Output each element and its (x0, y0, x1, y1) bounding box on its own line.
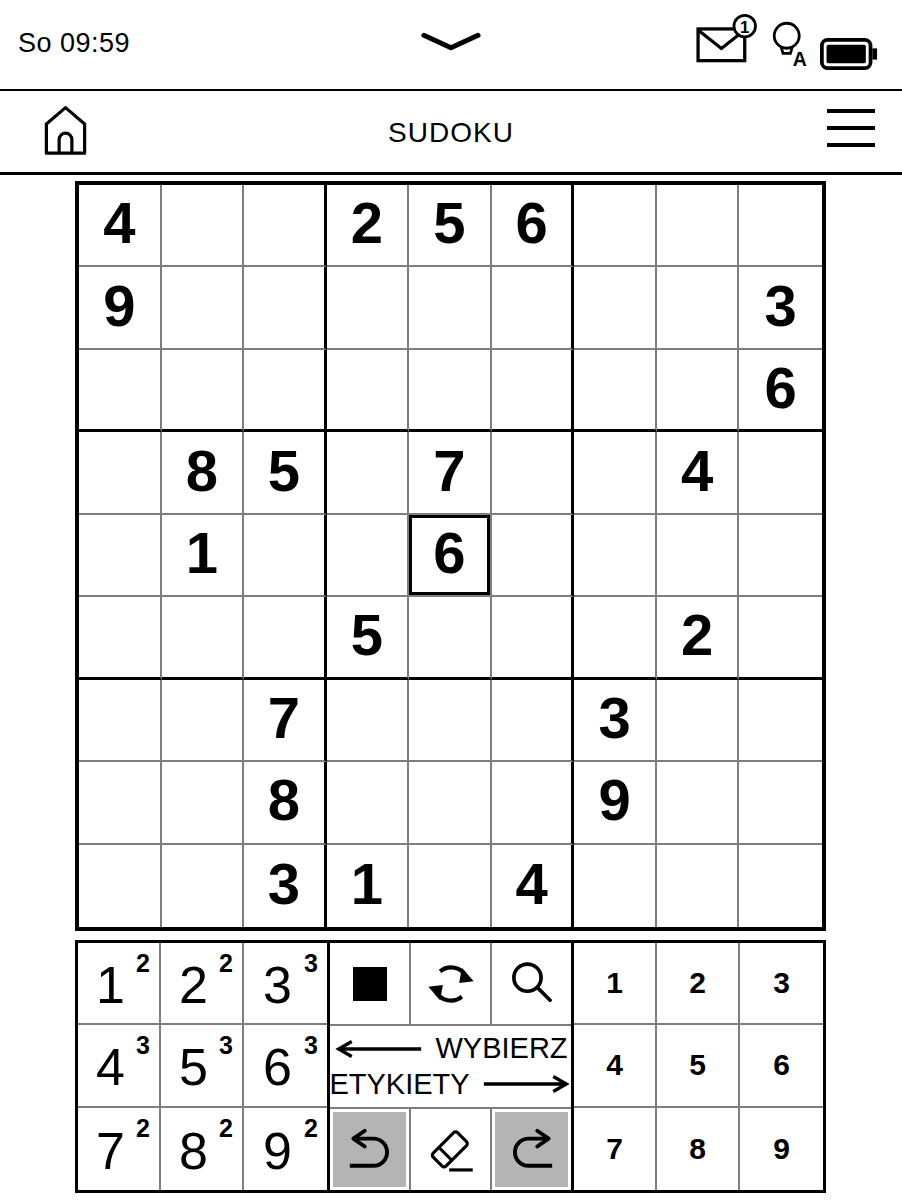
count-digit: 7 (96, 1125, 125, 1177)
black-square-icon (350, 964, 390, 1004)
battery-full-icon (820, 38, 878, 70)
undo-icon (342, 1122, 398, 1178)
cell-r4c3[interactable]: 5 (244, 432, 327, 514)
cell-r3c6[interactable] (492, 350, 575, 432)
cell-r8c7[interactable]: 9 (574, 762, 657, 844)
hamburger-icon (826, 107, 876, 149)
count-superscript: 3 (136, 1033, 150, 1058)
cell-r3c7[interactable] (574, 350, 657, 432)
cell-r8c5[interactable] (409, 762, 492, 844)
cell-r7c2[interactable] (162, 680, 245, 762)
numpad-key-5[interactable]: 5 (657, 1025, 740, 1107)
cell-r3c1[interactable] (79, 350, 162, 432)
cell-r2c6[interactable] (492, 267, 575, 349)
cell-r5c9[interactable] (739, 515, 822, 597)
cell-r9c5[interactable] (409, 845, 492, 927)
numpad-key-4[interactable]: 4 (574, 1025, 657, 1107)
cell-r7c8[interactable] (657, 680, 740, 762)
labels-hint-line2: ETYKIETY (329, 1068, 469, 1101)
count-superscript: 2 (136, 951, 150, 976)
cell-r1c2[interactable] (162, 185, 245, 267)
count-superscript: 3 (219, 1033, 233, 1058)
cell-r7c7[interactable]: 3 (574, 680, 657, 762)
eraser-button[interactable] (411, 1109, 492, 1190)
redo-button[interactable] (492, 1109, 571, 1190)
cell-r8c8[interactable] (657, 762, 740, 844)
cell-r4c9[interactable] (739, 432, 822, 514)
cell-r7c1[interactable] (79, 680, 162, 762)
labels-hint: WYBIERZ ETYKIETY (330, 1026, 571, 1109)
cell-r1c5[interactable]: 5 (409, 185, 492, 267)
eraser-icon (422, 1121, 480, 1179)
tools-panel: WYBIERZ ETYKIETY (327, 943, 574, 1190)
cell-r5c2[interactable]: 1 (162, 515, 245, 597)
refresh-icon (422, 955, 480, 1013)
cell-r2c7[interactable] (574, 267, 657, 349)
long-right-arrow-icon (482, 1072, 572, 1096)
frontlight-auto-icon[interactable]: A (769, 20, 810, 70)
cell-r9c8[interactable] (657, 845, 740, 927)
cell-r7c3[interactable]: 7 (244, 680, 327, 762)
cell-r2c1[interactable]: 9 (79, 267, 162, 349)
page-title: SUDOKU (0, 117, 902, 149)
cell-r3c9[interactable]: 6 (739, 350, 822, 432)
cell-r7c4[interactable] (327, 680, 410, 762)
count-superscript: 2 (219, 951, 233, 976)
count-digit: 1 (96, 959, 125, 1011)
cell-r2c5[interactable] (409, 267, 492, 349)
cell-r5c1[interactable] (79, 515, 162, 597)
cell-r3c2[interactable] (162, 350, 245, 432)
count-digit: 2 (179, 959, 208, 1011)
cell-r9c2[interactable] (162, 845, 245, 927)
count-digit: 5 (179, 1041, 208, 1093)
cell-r5c5[interactable]: 6 (409, 515, 492, 597)
cell-r2c3[interactable] (244, 267, 327, 349)
cell-r6c9[interactable] (739, 597, 822, 679)
cell-r4c1[interactable] (79, 432, 162, 514)
numpad-key-6[interactable]: 6 (740, 1025, 823, 1107)
fill-mode-button[interactable] (330, 943, 411, 1024)
numpad-key-8[interactable]: 8 (657, 1108, 740, 1190)
cell-r4c8[interactable]: 4 (657, 432, 740, 514)
cell-r8c1[interactable] (79, 762, 162, 844)
cell-r9c4[interactable]: 1 (327, 845, 410, 927)
cell-r5c6[interactable] (492, 515, 575, 597)
labels-hint-line1: WYBIERZ (435, 1032, 567, 1065)
cell-r4c6[interactable] (492, 432, 575, 514)
cell-r2c4[interactable] (327, 267, 410, 349)
cell-r6c1[interactable] (79, 597, 162, 679)
count-key-7[interactable]: 72 (78, 1108, 161, 1190)
count-key-2[interactable]: 22 (161, 943, 244, 1025)
numpad-key-9[interactable]: 9 (740, 1108, 823, 1190)
cell-r1c3[interactable] (244, 185, 327, 267)
cell-r9c7[interactable] (574, 845, 657, 927)
count-key-6[interactable]: 63 (244, 1025, 327, 1107)
cell-r1c8[interactable] (657, 185, 740, 267)
cell-r7c9[interactable] (739, 680, 822, 762)
digit-count-pad: 122233435363728292 (78, 943, 327, 1190)
cell-r9c1[interactable] (79, 845, 162, 927)
header-divider (0, 172, 902, 175)
cell-r6c8[interactable]: 2 (657, 597, 740, 679)
magnifier-icon (503, 955, 561, 1013)
cell-r1c9[interactable] (739, 185, 822, 267)
cell-r8c3[interactable]: 8 (244, 762, 327, 844)
cell-r4c7[interactable] (574, 432, 657, 514)
cell-r4c4[interactable] (327, 432, 410, 514)
clock: So 09:59 (18, 28, 130, 59)
numpad-key-2[interactable]: 2 (657, 943, 740, 1025)
cell-r5c3[interactable] (244, 515, 327, 597)
refresh-button[interactable] (411, 943, 492, 1024)
redo-icon (504, 1122, 560, 1178)
cell-r1c1[interactable]: 4 (79, 185, 162, 267)
sudoku-app-screen: So 09:59 1 A (0, 0, 902, 1200)
frontlight-mode-letter: A (793, 48, 807, 70)
cell-r4c5[interactable]: 7 (409, 432, 492, 514)
cell-r7c5[interactable] (409, 680, 492, 762)
count-key-5[interactable]: 53 (161, 1025, 244, 1107)
count-digit: 4 (96, 1041, 125, 1093)
count-key-3[interactable]: 33 (244, 943, 327, 1025)
numpad-key-1[interactable]: 1 (574, 943, 657, 1025)
count-digit: 9 (263, 1125, 292, 1177)
cell-r6c5[interactable] (409, 597, 492, 679)
numpad-key-7[interactable]: 7 (574, 1108, 657, 1190)
cell-r1c4[interactable]: 2 (327, 185, 410, 267)
sudoku-board: 4256936857416527389314 (75, 181, 826, 931)
count-digit: 8 (179, 1125, 208, 1177)
cell-r3c3[interactable] (244, 350, 327, 432)
cell-r2c2[interactable] (162, 267, 245, 349)
count-superscript: 3 (304, 1033, 318, 1058)
cell-r1c7[interactable] (574, 185, 657, 267)
swipe-down-chevron-icon[interactable] (420, 32, 482, 52)
status-bar: So 09:59 1 A (0, 0, 902, 88)
cell-r3c4[interactable] (327, 350, 410, 432)
mail-badge-count: 1 (740, 18, 749, 37)
count-key-9[interactable]: 92 (244, 1108, 327, 1190)
count-superscript: 3 (304, 951, 318, 976)
zoom-button[interactable] (492, 943, 571, 1024)
undo-button[interactable] (330, 1109, 411, 1190)
cell-r2c9[interactable]: 3 (739, 267, 822, 349)
long-left-arrow-icon (333, 1037, 423, 1061)
cell-r6c3[interactable] (244, 597, 327, 679)
cell-r1c6[interactable]: 6 (492, 185, 575, 267)
cell-r3c8[interactable] (657, 350, 740, 432)
cell-r8c6[interactable] (492, 762, 575, 844)
cell-r5c7[interactable] (574, 515, 657, 597)
count-superscript: 2 (304, 1116, 318, 1141)
cell-r4c2[interactable]: 8 (162, 432, 245, 514)
cell-r3c5[interactable] (409, 350, 492, 432)
cell-r6c6[interactable] (492, 597, 575, 679)
count-key-8[interactable]: 82 (161, 1108, 244, 1190)
cell-r9c3[interactable]: 3 (244, 845, 327, 927)
count-digit: 6 (263, 1041, 292, 1093)
control-panel: 122233435363728292 (75, 940, 826, 1193)
count-key-1[interactable]: 12 (78, 943, 161, 1025)
count-digit: 3 (263, 959, 292, 1011)
cell-r6c2[interactable] (162, 597, 245, 679)
count-superscript: 2 (219, 1116, 233, 1141)
numpad-key-3[interactable]: 3 (740, 943, 823, 1025)
cell-r2c8[interactable] (657, 267, 740, 349)
count-key-4[interactable]: 43 (78, 1025, 161, 1107)
menu-button[interactable] (826, 107, 876, 149)
app-header: SUDOKU (0, 91, 902, 172)
count-superscript: 2 (136, 1116, 150, 1141)
cell-r6c7[interactable] (574, 597, 657, 679)
cell-r9c9[interactable] (739, 845, 822, 927)
cell-r6c4[interactable]: 5 (327, 597, 410, 679)
cell-r8c9[interactable] (739, 762, 822, 844)
cell-r5c8[interactable] (657, 515, 740, 597)
cell-r8c2[interactable] (162, 762, 245, 844)
numpad: 123456789 (574, 943, 823, 1190)
cell-r5c4[interactable] (327, 515, 410, 597)
mail-notification-icon[interactable]: 1 (695, 14, 759, 70)
cell-r9c6[interactable]: 4 (492, 845, 575, 927)
cell-r7c6[interactable] (492, 680, 575, 762)
cell-r8c4[interactable] (327, 762, 410, 844)
